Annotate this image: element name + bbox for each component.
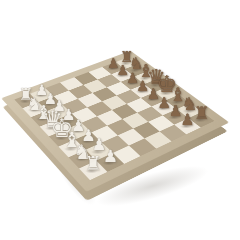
product-photo: ♜♟♟♜♞♟♟♞♝♟♟♝♛♟♟♛♚♟♟♚♝♟♟♝♞♟♟♞♜♟♟♜ xyxy=(0,0,240,240)
board-grid xyxy=(14,57,214,180)
perspective-container xyxy=(0,0,240,240)
chess-board xyxy=(1,51,229,192)
